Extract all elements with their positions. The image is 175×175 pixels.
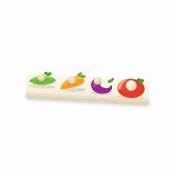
puzzle-photo: VIGA [0, 0, 175, 175]
pea-pod-piece [27, 69, 58, 91]
eggplant-piece [88, 73, 116, 98]
brand-logo: VIGA [78, 88, 85, 91]
tomato-piece [115, 74, 148, 102]
puzzle-board: VIGA [26, 73, 150, 99]
